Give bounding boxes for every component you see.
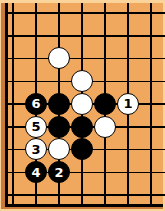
point-G8[interactable] bbox=[140, 24, 163, 47]
point-D9[interactable] bbox=[71, 2, 94, 25]
stone-black-6[interactable]: 6 bbox=[25, 93, 47, 115]
point-F5[interactable]: 1 bbox=[117, 93, 140, 116]
stone-label: 2 bbox=[54, 165, 63, 178]
point-A6[interactable] bbox=[2, 70, 25, 93]
stone-white[interactable] bbox=[71, 70, 93, 92]
point-A1[interactable] bbox=[2, 184, 25, 207]
point-A3[interactable] bbox=[2, 138, 25, 161]
point-G5[interactable] bbox=[140, 93, 163, 116]
point-E9[interactable] bbox=[94, 2, 117, 25]
stone-label: 4 bbox=[31, 165, 40, 178]
point-C6[interactable] bbox=[48, 70, 71, 93]
point-C7[interactable] bbox=[48, 47, 71, 70]
point-A7[interactable] bbox=[2, 47, 25, 70]
stone-black-4[interactable]: 4 bbox=[25, 161, 47, 183]
point-G1[interactable] bbox=[140, 184, 163, 207]
stone-label: 5 bbox=[31, 120, 40, 133]
point-G3[interactable] bbox=[140, 138, 163, 161]
point-G7[interactable] bbox=[140, 47, 163, 70]
point-B6[interactable] bbox=[25, 70, 48, 93]
point-B3[interactable]: 3 bbox=[25, 138, 48, 161]
point-C4[interactable] bbox=[48, 115, 71, 138]
stone-black[interactable] bbox=[94, 93, 116, 115]
point-E7[interactable] bbox=[94, 47, 117, 70]
point-E8[interactable] bbox=[94, 24, 117, 47]
point-D7[interactable] bbox=[71, 47, 94, 70]
point-C5[interactable] bbox=[48, 93, 71, 116]
point-F3[interactable] bbox=[117, 138, 140, 161]
point-F1[interactable] bbox=[117, 184, 140, 207]
point-B1[interactable] bbox=[25, 184, 48, 207]
stone-white[interactable] bbox=[94, 116, 116, 138]
point-D2[interactable] bbox=[71, 161, 94, 184]
point-E5[interactable] bbox=[94, 93, 117, 116]
point-F7[interactable] bbox=[117, 47, 140, 70]
point-D3[interactable] bbox=[71, 138, 94, 161]
point-E2[interactable] bbox=[94, 161, 117, 184]
point-G6[interactable] bbox=[140, 70, 163, 93]
point-F4[interactable] bbox=[117, 115, 140, 138]
stone-label: 1 bbox=[123, 97, 132, 110]
point-D8[interactable] bbox=[71, 24, 94, 47]
point-C3[interactable] bbox=[48, 138, 71, 161]
point-C8[interactable] bbox=[48, 24, 71, 47]
stone-black[interactable] bbox=[48, 116, 70, 138]
point-E1[interactable] bbox=[94, 184, 117, 207]
point-F2[interactable] bbox=[117, 161, 140, 184]
stone-label: 3 bbox=[31, 142, 40, 155]
point-B4[interactable]: 5 bbox=[25, 115, 48, 138]
point-A8[interactable] bbox=[2, 24, 25, 47]
stone-white-3[interactable]: 3 bbox=[25, 138, 47, 160]
point-D5[interactable] bbox=[71, 93, 94, 116]
point-G9[interactable] bbox=[140, 2, 163, 25]
point-D1[interactable] bbox=[71, 184, 94, 207]
point-B2[interactable]: 4 bbox=[25, 161, 48, 184]
stone-black[interactable] bbox=[48, 93, 70, 115]
point-F8[interactable] bbox=[117, 24, 140, 47]
point-B5[interactable]: 6 bbox=[25, 93, 48, 116]
go-board-diagram: 615342 bbox=[0, 0, 165, 211]
point-G4[interactable] bbox=[140, 115, 163, 138]
point-F9[interactable] bbox=[117, 2, 140, 25]
point-D4[interactable] bbox=[71, 115, 94, 138]
point-B9[interactable] bbox=[25, 2, 48, 25]
point-E6[interactable] bbox=[94, 70, 117, 93]
point-D6[interactable] bbox=[71, 70, 94, 93]
stone-black[interactable] bbox=[71, 138, 93, 160]
point-F6[interactable] bbox=[117, 70, 140, 93]
stone-white[interactable] bbox=[71, 93, 93, 115]
point-E3[interactable] bbox=[94, 138, 117, 161]
board-grid[interactable]: 615342 bbox=[2, 2, 163, 207]
point-C9[interactable] bbox=[48, 2, 71, 25]
stone-black[interactable] bbox=[71, 116, 93, 138]
point-C2[interactable]: 2 bbox=[48, 161, 71, 184]
point-E4[interactable] bbox=[94, 115, 117, 138]
stone-label: 6 bbox=[31, 97, 40, 110]
stone-black-2[interactable]: 2 bbox=[48, 161, 70, 183]
point-C1[interactable] bbox=[48, 184, 71, 207]
point-A9[interactable] bbox=[2, 2, 25, 25]
stone-white-5[interactable]: 5 bbox=[25, 116, 47, 138]
point-A2[interactable] bbox=[2, 161, 25, 184]
stone-white[interactable] bbox=[48, 47, 70, 69]
point-B7[interactable] bbox=[25, 47, 48, 70]
stone-white[interactable] bbox=[48, 138, 70, 160]
point-A5[interactable] bbox=[2, 93, 25, 116]
point-A4[interactable] bbox=[2, 115, 25, 138]
point-G2[interactable] bbox=[140, 161, 163, 184]
point-B8[interactable] bbox=[25, 24, 48, 47]
stone-white-1[interactable]: 1 bbox=[117, 93, 139, 115]
